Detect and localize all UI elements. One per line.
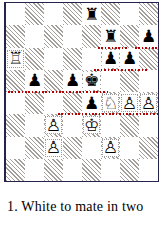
square-a7 [6,25,25,47]
square-f5 [101,70,120,92]
white-pawn-icon: ♙ [102,139,119,157]
white-pawn-icon: ♙ [121,94,138,112]
white-king-icon: ♔ [83,116,100,134]
square-e4: ♟ [82,92,101,114]
square-d2 [63,137,82,159]
square-b4 [25,92,44,114]
white-knight-icon: ♘ [102,94,119,112]
square-h6 [139,48,158,70]
puzzle-caption: 1. White to mate in two [7,199,144,215]
square-d1 [63,159,82,181]
square-c2: ♙ [44,137,63,159]
red-squiggle-artifact [135,47,158,49]
square-d6 [63,48,82,70]
black-rook-icon: ♜ [102,27,119,45]
square-f4: ♘ [101,92,120,114]
red-squiggle-artifact [94,69,148,71]
square-e5: ♚ [82,70,101,92]
black-pawn-icon: ♟ [140,27,157,45]
square-d3 [63,114,82,136]
square-g6: ♟ [120,48,139,70]
black-rook-icon: ♜ [83,5,100,23]
square-g1 [120,159,139,181]
black-king-icon: ♚ [83,72,100,90]
square-g8 [120,3,139,25]
square-g3 [120,114,139,136]
square-e7 [82,25,101,47]
square-b6 [25,48,44,70]
square-g5 [120,70,139,92]
square-b8 [25,3,44,25]
black-pawn-icon: ♟ [83,94,100,112]
square-e8: ♜ [82,3,101,25]
square-f3 [101,114,120,136]
square-a3 [6,114,25,136]
red-squiggle-artifact [58,113,158,115]
square-e1 [82,159,101,181]
square-c3: ♙ [44,114,63,136]
square-h8 [139,3,158,25]
square-f6: ♟ [101,48,120,70]
square-g7 [120,25,139,47]
square-c8 [44,3,63,25]
square-b7 [25,25,44,47]
square-a6: ♖ [6,48,25,70]
white-pawn-icon: ♙ [45,139,62,157]
square-e3: ♔ [82,114,101,136]
square-d7 [63,25,82,47]
red-squiggle-artifact [98,47,129,49]
square-c6 [44,48,63,70]
square-h7: ♟ [139,25,158,47]
square-f8 [101,3,120,25]
black-pawn-icon: ♟ [64,72,81,90]
square-g2 [120,137,139,159]
square-b1 [25,159,44,181]
square-a5 [6,70,25,92]
square-d5: ♟ [63,70,82,92]
black-pawn-icon: ♟ [121,50,138,68]
white-pawn-icon: ♙ [140,94,157,112]
white-rook-icon: ♖ [7,50,24,68]
square-b5: ♟ [25,70,44,92]
square-f7: ♜ [101,25,120,47]
square-c1 [44,159,63,181]
square-h1 [139,159,158,181]
square-e2 [82,137,101,159]
square-h5 [139,70,158,92]
square-f2: ♙ [101,137,120,159]
square-a4 [6,92,25,114]
square-h3 [139,114,158,136]
square-c4 [44,92,63,114]
square-h2 [139,137,158,159]
square-g4: ♙ [120,92,139,114]
square-d4 [63,92,82,114]
black-pawn-icon: ♟ [102,50,119,68]
square-c7 [44,25,63,47]
square-c5 [44,70,63,92]
white-pawn-icon: ♙ [45,116,62,134]
square-b2 [25,137,44,159]
square-f1 [101,159,120,181]
chess-board-frame: ♜♜♟♖♟♟♟♟♚♟♘♙♙♙♔♙♙ [4,2,159,182]
square-d8 [63,3,82,25]
square-a2 [6,137,25,159]
square-h4: ♙ [139,92,158,114]
black-pawn-icon: ♟ [26,72,43,90]
square-a8 [6,3,25,25]
square-a1 [6,159,25,181]
square-e6 [82,48,101,70]
square-b3 [25,114,44,136]
chess-board: ♜♜♟♖♟♟♟♟♚♟♘♙♙♙♔♙♙ [6,3,158,181]
red-squiggle-artifact [8,91,108,93]
